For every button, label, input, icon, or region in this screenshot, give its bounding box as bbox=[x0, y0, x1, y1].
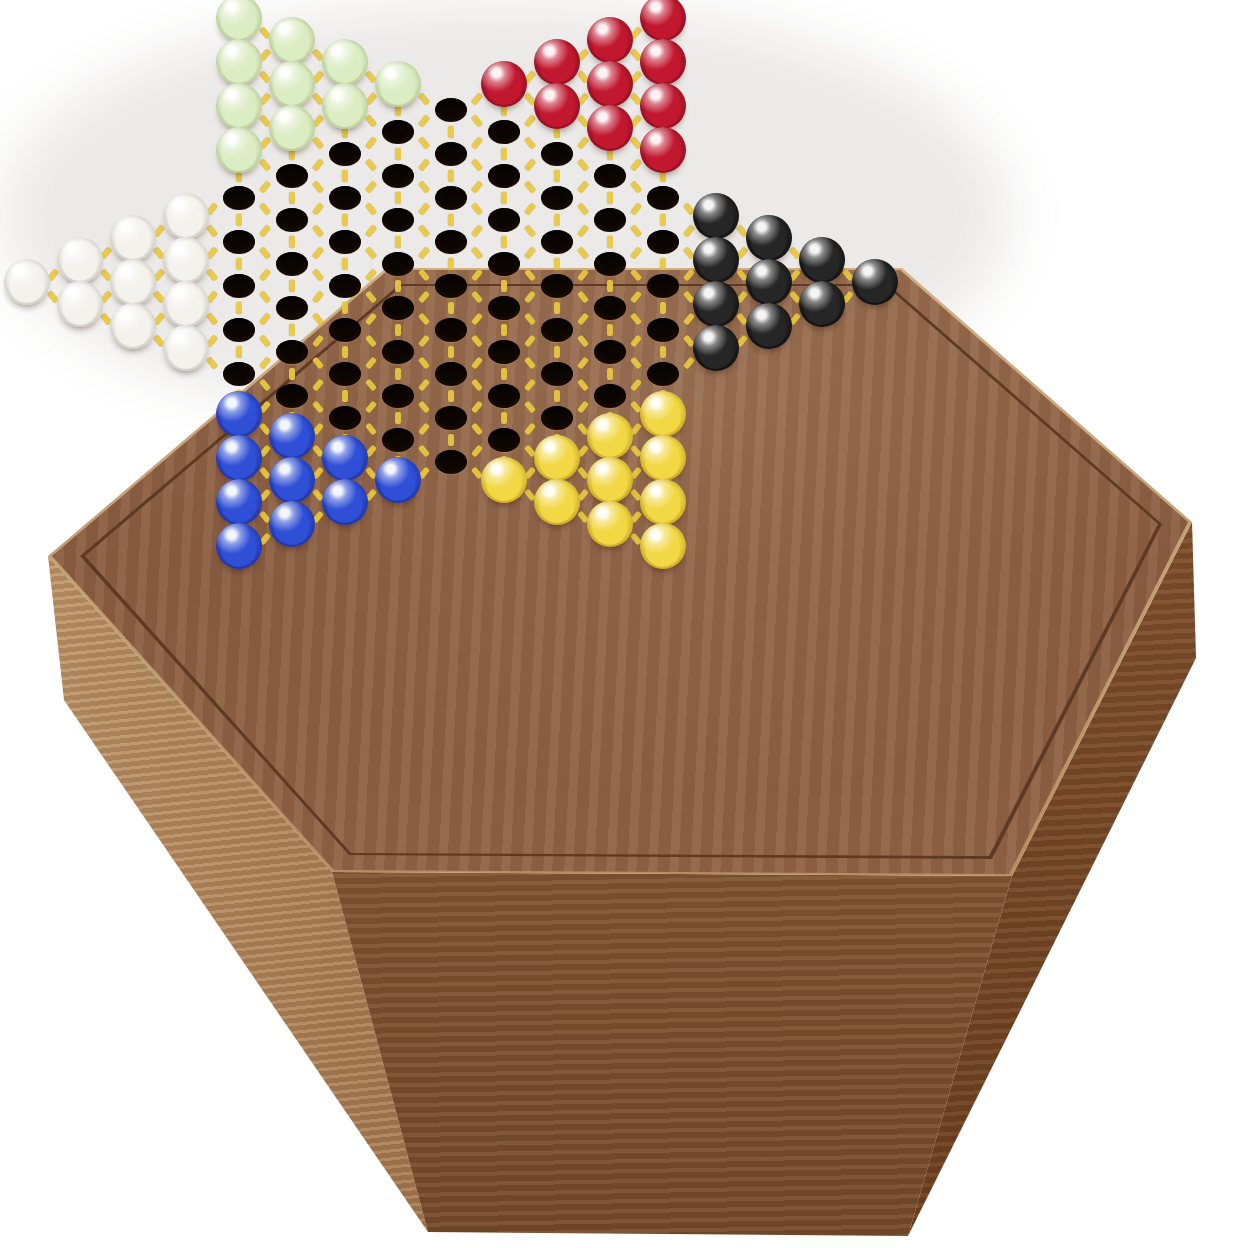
marble-green[interactable]: ● bbox=[322, 39, 368, 85]
hole-recess bbox=[594, 296, 626, 320]
board-hole[interactable]: ● bbox=[371, 66, 424, 110]
board-hole[interactable]: ● bbox=[371, 462, 424, 506]
board-hole[interactable]: ● bbox=[742, 264, 795, 308]
board-hole[interactable] bbox=[530, 264, 583, 308]
marble-yellow[interactable]: ● bbox=[640, 523, 686, 569]
marble-green[interactable]: ● bbox=[269, 61, 315, 107]
board-hole[interactable] bbox=[477, 110, 530, 154]
marble-black[interactable]: ● bbox=[693, 237, 739, 283]
marble-white[interactable]: ● bbox=[4, 259, 50, 305]
board-hole[interactable] bbox=[371, 330, 424, 374]
board-hole[interactable] bbox=[424, 220, 477, 264]
board-hole[interactable]: ● bbox=[53, 242, 106, 286]
marble-red[interactable]: ● bbox=[640, 0, 686, 41]
board-hole[interactable] bbox=[212, 352, 265, 396]
hole-recess bbox=[435, 318, 467, 342]
marble-white[interactable]: ● bbox=[57, 237, 103, 283]
board-hole[interactable] bbox=[212, 176, 265, 220]
marble-red[interactable]: ● bbox=[640, 127, 686, 173]
board-hole[interactable] bbox=[371, 418, 424, 462]
board-hole[interactable] bbox=[424, 440, 477, 484]
board-hole[interactable]: ● bbox=[265, 462, 318, 506]
hole-recess bbox=[488, 384, 520, 408]
board-hole[interactable]: ● bbox=[477, 462, 530, 506]
board-hole[interactable] bbox=[530, 396, 583, 440]
hole-recess bbox=[488, 120, 520, 144]
marble-black[interactable]: ● bbox=[746, 303, 792, 349]
hole-recess bbox=[541, 142, 573, 166]
hole-recess bbox=[329, 230, 361, 254]
marble-red[interactable]: ● bbox=[534, 83, 580, 129]
board-hole[interactable] bbox=[424, 264, 477, 308]
board-hole[interactable]: ● bbox=[530, 44, 583, 88]
board-hole[interactable]: ● bbox=[265, 22, 318, 66]
board-hole[interactable]: ● bbox=[636, 132, 689, 176]
hole-recess bbox=[382, 384, 414, 408]
hole-recess bbox=[329, 318, 361, 342]
board-hole[interactable] bbox=[265, 154, 318, 198]
hole-recess bbox=[488, 164, 520, 188]
marble-red[interactable]: ● bbox=[481, 61, 527, 107]
hole-recess bbox=[276, 252, 308, 276]
marble-yellow[interactable]: ● bbox=[587, 457, 633, 503]
hole-recess bbox=[541, 186, 573, 210]
marble-blue[interactable]: ● bbox=[269, 457, 315, 503]
board-hole[interactable]: ● bbox=[265, 66, 318, 110]
board-hole[interactable] bbox=[371, 242, 424, 286]
board-hole[interactable] bbox=[371, 154, 424, 198]
hole-recess bbox=[488, 340, 520, 364]
board-hole[interactable]: ● bbox=[212, 396, 265, 440]
hole-recess bbox=[594, 252, 626, 276]
marble-white[interactable]: ● bbox=[163, 281, 209, 327]
hole-recess bbox=[223, 274, 255, 298]
board-hole[interactable] bbox=[424, 132, 477, 176]
hole-recess bbox=[435, 142, 467, 166]
board-hole[interactable]: ● bbox=[795, 242, 848, 286]
hole-recess bbox=[488, 252, 520, 276]
marble-red[interactable]: ● bbox=[587, 17, 633, 63]
board-hole[interactable] bbox=[530, 132, 583, 176]
marble-white[interactable]: ● bbox=[110, 215, 156, 261]
hole-recess bbox=[382, 164, 414, 188]
marble-black[interactable]: ● bbox=[693, 193, 739, 239]
hole-recess bbox=[647, 274, 679, 298]
board-hole[interactable]: ● bbox=[212, 0, 265, 44]
board-hole[interactable]: ● bbox=[318, 440, 371, 484]
marble-yellow[interactable]: ● bbox=[534, 479, 580, 525]
marble-black[interactable]: ● bbox=[746, 259, 792, 305]
board-hole[interactable] bbox=[318, 176, 371, 220]
board-hole[interactable] bbox=[477, 154, 530, 198]
marble-green[interactable]: ● bbox=[216, 83, 262, 129]
hole-recess bbox=[276, 164, 308, 188]
hole-recess bbox=[435, 230, 467, 254]
board-hole[interactable] bbox=[265, 242, 318, 286]
marble-red[interactable]: ● bbox=[587, 105, 633, 151]
hole-recess bbox=[276, 296, 308, 320]
marble-black[interactable]: ● bbox=[852, 259, 898, 305]
board-hole[interactable]: ● bbox=[212, 528, 265, 572]
hole-recess bbox=[329, 186, 361, 210]
marble-green[interactable]: ● bbox=[216, 127, 262, 173]
board-hole[interactable]: ● bbox=[265, 418, 318, 462]
marble-red[interactable]: ● bbox=[640, 83, 686, 129]
board-hole[interactable]: ● bbox=[53, 286, 106, 330]
board-hole[interactable]: ● bbox=[212, 484, 265, 528]
board-hole[interactable] bbox=[265, 286, 318, 330]
marble-black[interactable]: ● bbox=[799, 281, 845, 327]
hole-recess bbox=[541, 406, 573, 430]
board-hole[interactable]: ● bbox=[318, 88, 371, 132]
marble-yellow[interactable]: ● bbox=[640, 435, 686, 481]
hole-recess bbox=[541, 274, 573, 298]
hole-recess bbox=[488, 296, 520, 320]
marble-green[interactable]: ● bbox=[216, 39, 262, 85]
marble-yellow[interactable]: ● bbox=[587, 413, 633, 459]
hole-recess bbox=[647, 186, 679, 210]
board-hole[interactable]: ● bbox=[583, 462, 636, 506]
marble-red[interactable]: ● bbox=[534, 39, 580, 85]
board-hole[interactable]: ● bbox=[689, 242, 742, 286]
board-hole[interactable] bbox=[583, 154, 636, 198]
chinese-checkers-board: ●●●●●●●●●●●●●●●●●●●●●●●●●●●●●●●●●●●●●●●●… bbox=[0, 0, 901, 572]
board-hole[interactable]: ● bbox=[318, 484, 371, 528]
marble-blue[interactable]: ● bbox=[216, 391, 262, 437]
hole-recess bbox=[541, 362, 573, 386]
marble-white[interactable]: ● bbox=[57, 281, 103, 327]
star-grid: ●●●●●●●●●●●●●●●●●●●●●●●●●●●●●●●●●●●●●●●●… bbox=[0, 0, 901, 572]
hole-recess bbox=[223, 362, 255, 386]
board-hole[interactable]: ● bbox=[583, 506, 636, 550]
hole-recess bbox=[382, 296, 414, 320]
hole-recess bbox=[541, 318, 573, 342]
hole-recess bbox=[329, 362, 361, 386]
hole-recess bbox=[223, 318, 255, 342]
board-hole[interactable] bbox=[371, 110, 424, 154]
hole-recess bbox=[647, 318, 679, 342]
hole-recess bbox=[435, 362, 467, 386]
marble-black[interactable]: ● bbox=[746, 215, 792, 261]
board-hole[interactable] bbox=[477, 374, 530, 418]
board-hole[interactable]: ● bbox=[106, 220, 159, 264]
hole-recess bbox=[435, 406, 467, 430]
hole-recess bbox=[382, 208, 414, 232]
board-hole[interactable]: ● bbox=[265, 506, 318, 550]
board-hole[interactable] bbox=[530, 308, 583, 352]
board-hole[interactable] bbox=[318, 132, 371, 176]
hole-recess bbox=[647, 362, 679, 386]
board-hole[interactable]: ● bbox=[530, 88, 583, 132]
marble-yellow[interactable]: ● bbox=[534, 435, 580, 481]
board-hole[interactable]: ● bbox=[848, 264, 901, 308]
marble-blue[interactable]: ● bbox=[375, 457, 421, 503]
board-hole[interactable]: ● bbox=[689, 330, 742, 374]
board-hole[interactable] bbox=[636, 352, 689, 396]
board-hole[interactable] bbox=[371, 198, 424, 242]
board-hole[interactable] bbox=[477, 198, 530, 242]
board-hole[interactable]: ● bbox=[795, 286, 848, 330]
hole-recess bbox=[594, 164, 626, 188]
board-hole[interactable]: ● bbox=[689, 198, 742, 242]
board-hole[interactable]: ● bbox=[530, 440, 583, 484]
board-hole[interactable]: ● bbox=[106, 264, 159, 308]
board-hole[interactable]: ● bbox=[636, 440, 689, 484]
hole-recess bbox=[594, 340, 626, 364]
hole-recess bbox=[594, 384, 626, 408]
board-hole[interactable]: ● bbox=[636, 44, 689, 88]
board-hole[interactable] bbox=[212, 264, 265, 308]
marble-black[interactable]: ● bbox=[693, 281, 739, 327]
board-hole[interactable] bbox=[583, 374, 636, 418]
hole-recess bbox=[435, 274, 467, 298]
board-hole[interactable]: ● bbox=[583, 418, 636, 462]
marble-white[interactable]: ● bbox=[163, 237, 209, 283]
board-hole[interactable] bbox=[318, 352, 371, 396]
board-hole[interactable]: ● bbox=[530, 484, 583, 528]
board-hole[interactable]: ● bbox=[477, 66, 530, 110]
marble-red[interactable]: ● bbox=[640, 39, 686, 85]
board-hole[interactable] bbox=[371, 286, 424, 330]
board-hole[interactable] bbox=[265, 330, 318, 374]
board-hole[interactable] bbox=[583, 198, 636, 242]
marble-green[interactable]: ● bbox=[269, 17, 315, 63]
board-hole[interactable] bbox=[318, 264, 371, 308]
board-hole[interactable]: ● bbox=[0, 264, 53, 308]
hole-recess bbox=[382, 340, 414, 364]
marble-black[interactable]: ● bbox=[693, 325, 739, 371]
marble-blue[interactable]: ● bbox=[269, 501, 315, 547]
board-hole[interactable]: ● bbox=[689, 286, 742, 330]
board-hole[interactable]: ● bbox=[583, 22, 636, 66]
board-hole[interactable]: ● bbox=[636, 88, 689, 132]
marble-blue[interactable]: ● bbox=[216, 435, 262, 481]
board-hole[interactable]: ● bbox=[742, 220, 795, 264]
hole-recess bbox=[329, 274, 361, 298]
board-hole[interactable] bbox=[636, 220, 689, 264]
board-hole[interactable]: ● bbox=[265, 110, 318, 154]
board-hole[interactable] bbox=[636, 176, 689, 220]
board-hole[interactable] bbox=[424, 176, 477, 220]
board-hole[interactable] bbox=[424, 396, 477, 440]
marble-blue[interactable]: ● bbox=[269, 413, 315, 459]
marble-blue[interactable]: ● bbox=[322, 479, 368, 525]
board-hole[interactable] bbox=[318, 396, 371, 440]
marble-blue[interactable]: ● bbox=[216, 479, 262, 525]
hole-recess bbox=[329, 406, 361, 430]
hole-recess bbox=[594, 208, 626, 232]
hole-recess bbox=[435, 186, 467, 210]
chinese-checkers-scene: ●●●●●●●●●●●●●●●●●●●●●●●●●●●●●●●●●●●●●●●●… bbox=[0, 0, 1248, 1248]
marble-green[interactable]: ● bbox=[269, 105, 315, 151]
marble-blue[interactable]: ● bbox=[322, 435, 368, 481]
board-hole[interactable] bbox=[583, 330, 636, 374]
hole-recess bbox=[276, 208, 308, 232]
board-hole[interactable] bbox=[477, 242, 530, 286]
board-hole[interactable] bbox=[636, 308, 689, 352]
hole-recess bbox=[435, 98, 467, 122]
board-hole[interactable] bbox=[583, 242, 636, 286]
marble-green[interactable]: ● bbox=[216, 0, 262, 41]
hole-recess bbox=[647, 230, 679, 254]
marble-white[interactable]: ● bbox=[163, 193, 209, 239]
hole-recess bbox=[223, 230, 255, 254]
board-hole[interactable]: ● bbox=[318, 44, 371, 88]
board-hole[interactable]: ● bbox=[636, 528, 689, 572]
board-hole[interactable]: ● bbox=[636, 396, 689, 440]
board-hole[interactable]: ● bbox=[159, 242, 212, 286]
board-hole[interactable] bbox=[530, 220, 583, 264]
board-hole[interactable] bbox=[212, 308, 265, 352]
board-hole[interactable] bbox=[424, 308, 477, 352]
board-hole[interactable]: ● bbox=[212, 44, 265, 88]
board-hole[interactable] bbox=[318, 220, 371, 264]
hole-recess bbox=[435, 450, 467, 474]
board-hole[interactable] bbox=[477, 330, 530, 374]
hole-recess bbox=[223, 186, 255, 210]
board-hole[interactable]: ● bbox=[159, 330, 212, 374]
marble-red[interactable]: ● bbox=[587, 61, 633, 107]
board-hole[interactable] bbox=[424, 88, 477, 132]
hole-recess bbox=[329, 142, 361, 166]
marble-black[interactable]: ● bbox=[799, 237, 845, 283]
marble-yellow[interactable]: ● bbox=[481, 457, 527, 503]
board-hole[interactable] bbox=[477, 418, 530, 462]
board-hole[interactable] bbox=[424, 352, 477, 396]
board-hole[interactable] bbox=[265, 198, 318, 242]
board-hole[interactable] bbox=[371, 374, 424, 418]
board-hole[interactable] bbox=[530, 176, 583, 220]
hole-recess bbox=[382, 252, 414, 276]
board-hole[interactable]: ● bbox=[742, 308, 795, 352]
board-hole[interactable]: ● bbox=[159, 286, 212, 330]
board-hole[interactable]: ● bbox=[106, 308, 159, 352]
hole-recess bbox=[541, 230, 573, 254]
board-hole[interactable] bbox=[318, 308, 371, 352]
board-hole[interactable]: ● bbox=[583, 66, 636, 110]
board-hole[interactable]: ● bbox=[212, 132, 265, 176]
board-hole[interactable] bbox=[636, 264, 689, 308]
board-hole[interactable] bbox=[530, 352, 583, 396]
marble-white[interactable]: ● bbox=[163, 325, 209, 371]
marble-blue[interactable]: ● bbox=[216, 523, 262, 569]
board-hole[interactable]: ● bbox=[583, 110, 636, 154]
board-hole[interactable]: ● bbox=[636, 0, 689, 44]
hole-recess bbox=[382, 120, 414, 144]
marble-green[interactable]: ● bbox=[375, 61, 421, 107]
hole-recess bbox=[382, 428, 414, 452]
hole-recess bbox=[488, 428, 520, 452]
hole-recess bbox=[276, 384, 308, 408]
board-hole[interactable] bbox=[265, 374, 318, 418]
board-hole[interactable] bbox=[583, 286, 636, 330]
board-hole[interactable]: ● bbox=[212, 88, 265, 132]
board-hole[interactable] bbox=[477, 286, 530, 330]
board-hole[interactable] bbox=[212, 220, 265, 264]
board-hole[interactable]: ● bbox=[636, 484, 689, 528]
marble-green[interactable]: ● bbox=[322, 83, 368, 129]
marble-yellow[interactable]: ● bbox=[587, 501, 633, 547]
marble-white[interactable]: ● bbox=[110, 259, 156, 305]
marble-yellow[interactable]: ● bbox=[640, 391, 686, 437]
board-hole[interactable]: ● bbox=[159, 198, 212, 242]
hole-recess bbox=[276, 340, 308, 364]
marble-white[interactable]: ● bbox=[110, 303, 156, 349]
hole-recess bbox=[488, 208, 520, 232]
board-hole[interactable]: ● bbox=[212, 440, 265, 484]
marble-yellow[interactable]: ● bbox=[640, 479, 686, 525]
